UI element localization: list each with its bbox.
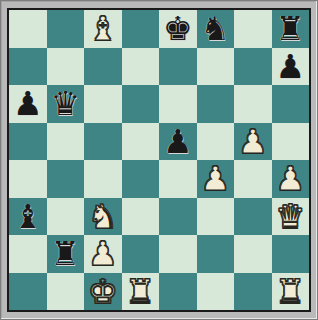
white-pawn[interactable]: ♟ bbox=[88, 235, 118, 273]
square-f7[interactable] bbox=[197, 48, 235, 86]
square-h1[interactable]: ♜ bbox=[272, 273, 310, 311]
board-frame: ♝♚♞♜♟♟♛♟♟♟♟♝♞♛♜♟♚♜♜ bbox=[0, 0, 318, 320]
white-rook[interactable]: ♜ bbox=[275, 273, 305, 311]
square-a5[interactable] bbox=[9, 123, 47, 161]
square-b7[interactable] bbox=[47, 48, 85, 86]
white-pawn[interactable]: ♟ bbox=[275, 160, 305, 198]
square-h4[interactable]: ♟ bbox=[272, 160, 310, 198]
square-f2[interactable] bbox=[197, 235, 235, 273]
black-pawn[interactable]: ♟ bbox=[163, 123, 193, 161]
square-g8[interactable] bbox=[234, 10, 272, 48]
square-e3[interactable] bbox=[159, 198, 197, 236]
black-pawn[interactable]: ♟ bbox=[275, 48, 305, 86]
square-a7[interactable] bbox=[9, 48, 47, 86]
white-pawn[interactable]: ♟ bbox=[238, 123, 268, 161]
square-b3[interactable] bbox=[47, 198, 85, 236]
square-a4[interactable] bbox=[9, 160, 47, 198]
black-bishop[interactable]: ♝ bbox=[13, 198, 43, 236]
square-h8[interactable]: ♜ bbox=[272, 10, 310, 48]
square-b8[interactable] bbox=[47, 10, 85, 48]
square-e5[interactable]: ♟ bbox=[159, 123, 197, 161]
square-b1[interactable] bbox=[47, 273, 85, 311]
square-c2[interactable]: ♟ bbox=[84, 235, 122, 273]
square-e8[interactable]: ♚ bbox=[159, 10, 197, 48]
square-a8[interactable] bbox=[9, 10, 47, 48]
square-c4[interactable] bbox=[84, 160, 122, 198]
square-h7[interactable]: ♟ bbox=[272, 48, 310, 86]
square-e6[interactable] bbox=[159, 85, 197, 123]
white-bishop[interactable]: ♝ bbox=[88, 10, 118, 48]
square-d6[interactable] bbox=[122, 85, 160, 123]
square-g3[interactable] bbox=[234, 198, 272, 236]
black-king[interactable]: ♚ bbox=[163, 10, 193, 48]
square-b6[interactable]: ♛ bbox=[47, 85, 85, 123]
square-f4[interactable]: ♟ bbox=[197, 160, 235, 198]
square-g5[interactable]: ♟ bbox=[234, 123, 272, 161]
square-d8[interactable] bbox=[122, 10, 160, 48]
square-g1[interactable] bbox=[234, 273, 272, 311]
square-c6[interactable] bbox=[84, 85, 122, 123]
square-d7[interactable] bbox=[122, 48, 160, 86]
square-b4[interactable] bbox=[47, 160, 85, 198]
square-e1[interactable] bbox=[159, 273, 197, 311]
square-g2[interactable] bbox=[234, 235, 272, 273]
square-h6[interactable] bbox=[272, 85, 310, 123]
square-e4[interactable] bbox=[159, 160, 197, 198]
square-c5[interactable] bbox=[84, 123, 122, 161]
black-queen[interactable]: ♛ bbox=[50, 85, 80, 123]
square-a2[interactable] bbox=[9, 235, 47, 273]
square-a3[interactable]: ♝ bbox=[9, 198, 47, 236]
white-knight[interactable]: ♞ bbox=[88, 198, 118, 236]
square-a1[interactable] bbox=[9, 273, 47, 311]
white-king[interactable]: ♚ bbox=[88, 273, 118, 311]
black-knight[interactable]: ♞ bbox=[200, 10, 230, 48]
square-f8[interactable]: ♞ bbox=[197, 10, 235, 48]
square-h3[interactable]: ♛ bbox=[272, 198, 310, 236]
square-c7[interactable] bbox=[84, 48, 122, 86]
black-rook[interactable]: ♜ bbox=[50, 235, 80, 273]
square-f5[interactable] bbox=[197, 123, 235, 161]
square-f1[interactable] bbox=[197, 273, 235, 311]
black-rook[interactable]: ♜ bbox=[275, 10, 305, 48]
square-a6[interactable]: ♟ bbox=[9, 85, 47, 123]
square-d2[interactable] bbox=[122, 235, 160, 273]
square-h5[interactable] bbox=[272, 123, 310, 161]
chess-board[interactable]: ♝♚♞♜♟♟♛♟♟♟♟♝♞♛♜♟♚♜♜ bbox=[7, 8, 311, 312]
square-b2[interactable]: ♜ bbox=[47, 235, 85, 273]
square-g4[interactable] bbox=[234, 160, 272, 198]
square-e2[interactable] bbox=[159, 235, 197, 273]
square-g7[interactable] bbox=[234, 48, 272, 86]
white-queen[interactable]: ♛ bbox=[275, 198, 305, 236]
black-pawn[interactable]: ♟ bbox=[13, 85, 43, 123]
square-e7[interactable] bbox=[159, 48, 197, 86]
square-d5[interactable] bbox=[122, 123, 160, 161]
square-b5[interactable] bbox=[47, 123, 85, 161]
square-d3[interactable] bbox=[122, 198, 160, 236]
square-c3[interactable]: ♞ bbox=[84, 198, 122, 236]
white-pawn[interactable]: ♟ bbox=[200, 160, 230, 198]
white-rook[interactable]: ♜ bbox=[125, 273, 155, 311]
square-c8[interactable]: ♝ bbox=[84, 10, 122, 48]
square-d4[interactable] bbox=[122, 160, 160, 198]
square-h2[interactable] bbox=[272, 235, 310, 273]
square-d1[interactable]: ♜ bbox=[122, 273, 160, 311]
square-f3[interactable] bbox=[197, 198, 235, 236]
square-c1[interactable]: ♚ bbox=[84, 273, 122, 311]
square-f6[interactable] bbox=[197, 85, 235, 123]
square-g6[interactable] bbox=[234, 85, 272, 123]
